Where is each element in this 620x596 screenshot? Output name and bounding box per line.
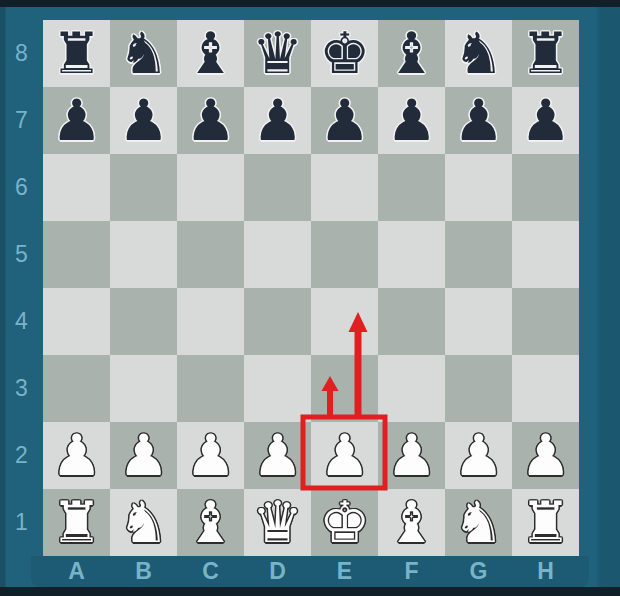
square-f5[interactable] (378, 221, 445, 288)
square-b7[interactable]: ♟ (110, 87, 177, 154)
piece-black-bishop-f8[interactable]: ♝ (386, 20, 437, 87)
square-h3[interactable] (512, 355, 579, 422)
piece-black-pawn-c7[interactable]: ♟ (185, 87, 236, 154)
piece-white-knight-g1[interactable]: ♞ (453, 489, 504, 556)
piece-white-king-e1[interactable]: ♚ (319, 489, 370, 556)
square-d3[interactable] (244, 355, 311, 422)
square-g6[interactable] (445, 154, 512, 221)
piece-black-king-e8[interactable]: ♚ (319, 20, 370, 87)
square-h7[interactable]: ♟ (512, 87, 579, 154)
square-f1[interactable]: ♝ (378, 489, 445, 556)
piece-white-pawn-d2[interactable]: ♟ (252, 422, 303, 489)
piece-white-rook-h1[interactable]: ♜ (520, 489, 571, 556)
square-b6[interactable] (110, 154, 177, 221)
rank-labels: 87654321 (0, 20, 43, 556)
square-c5[interactable] (177, 221, 244, 288)
square-h4[interactable] (512, 288, 579, 355)
rank-label-1: 1 (0, 489, 43, 556)
square-h5[interactable] (512, 221, 579, 288)
square-e7[interactable]: ♟ (311, 87, 378, 154)
square-a3[interactable] (43, 355, 110, 422)
square-c3[interactable] (177, 355, 244, 422)
square-d8[interactable]: ♛ (244, 20, 311, 87)
piece-white-pawn-g2[interactable]: ♟ (453, 422, 504, 489)
square-d1[interactable]: ♛ (244, 489, 311, 556)
rank-label-2: 2 (0, 422, 43, 489)
square-f4[interactable] (378, 288, 445, 355)
square-b2[interactable]: ♟ (110, 422, 177, 489)
file-label-c: C (177, 557, 244, 586)
square-g1[interactable]: ♞ (445, 489, 512, 556)
file-label-e: E (311, 557, 378, 586)
piece-black-pawn-f7[interactable]: ♟ (386, 87, 437, 154)
square-b8[interactable]: ♞ (110, 20, 177, 87)
square-b5[interactable] (110, 221, 177, 288)
square-e8[interactable]: ♚ (311, 20, 378, 87)
piece-black-rook-h8[interactable]: ♜ (520, 20, 571, 87)
square-e2[interactable]: ♟ (311, 422, 378, 489)
rank-label-3: 3 (0, 355, 43, 422)
square-f6[interactable] (378, 154, 445, 221)
piece-white-pawn-h2[interactable]: ♟ (520, 422, 571, 489)
file-labels: ABCDEFGH (43, 557, 579, 586)
square-h6[interactable] (512, 154, 579, 221)
square-f8[interactable]: ♝ (378, 20, 445, 87)
top-edge-strip (0, 0, 620, 7)
piece-black-knight-b8[interactable]: ♞ (118, 20, 169, 87)
rank-label-5: 5 (0, 221, 43, 288)
square-g7[interactable]: ♟ (445, 87, 512, 154)
square-f2[interactable]: ♟ (378, 422, 445, 489)
chess-board: ♜♞♝♛♚♝♞♜♟♟♟♟♟♟♟♟♟♟♟♟♟♟♟♟♜♞♝♛♚♝♞♜ (43, 20, 579, 556)
square-b4[interactable] (110, 288, 177, 355)
square-d4[interactable] (244, 288, 311, 355)
square-e5[interactable] (311, 221, 378, 288)
piece-black-pawn-e7[interactable]: ♟ (319, 87, 370, 154)
square-g5[interactable] (445, 221, 512, 288)
square-e3[interactable] (311, 355, 378, 422)
piece-white-pawn-e2[interactable]: ♟ (319, 422, 370, 489)
square-f3[interactable] (378, 355, 445, 422)
square-b3[interactable] (110, 355, 177, 422)
square-h8[interactable]: ♜ (512, 20, 579, 87)
rank-label-7: 7 (0, 87, 43, 154)
file-label-h: H (512, 557, 579, 586)
file-label-f: F (378, 557, 445, 586)
square-c1[interactable]: ♝ (177, 489, 244, 556)
square-h2[interactable]: ♟ (512, 422, 579, 489)
square-a2[interactable]: ♟ (43, 422, 110, 489)
piece-white-pawn-a2[interactable]: ♟ (51, 422, 102, 489)
file-label-d: D (244, 557, 311, 586)
piece-black-pawn-g7[interactable]: ♟ (453, 87, 504, 154)
square-c4[interactable] (177, 288, 244, 355)
piece-black-pawn-a7[interactable]: ♟ (51, 87, 102, 154)
square-e4[interactable] (311, 288, 378, 355)
piece-white-bishop-f1[interactable]: ♝ (386, 489, 437, 556)
square-c8[interactable]: ♝ (177, 20, 244, 87)
file-label-g: G (445, 557, 512, 586)
square-h1[interactable]: ♜ (512, 489, 579, 556)
bottom-edge-strip (0, 587, 620, 596)
square-a6[interactable] (43, 154, 110, 221)
piece-black-pawn-h7[interactable]: ♟ (520, 87, 571, 154)
square-d6[interactable] (244, 154, 311, 221)
square-a8[interactable]: ♜ (43, 20, 110, 87)
piece-black-rook-a8[interactable]: ♜ (51, 20, 102, 87)
piece-white-pawn-c2[interactable]: ♟ (185, 422, 236, 489)
square-c6[interactable] (177, 154, 244, 221)
square-g8[interactable]: ♞ (445, 20, 512, 87)
piece-white-pawn-b2[interactable]: ♟ (118, 422, 169, 489)
piece-black-pawn-b7[interactable]: ♟ (118, 87, 169, 154)
file-label-b: B (110, 557, 177, 586)
piece-white-rook-a1[interactable]: ♜ (51, 489, 102, 556)
square-e6[interactable] (311, 154, 378, 221)
piece-white-queen-d1[interactable]: ♛ (252, 489, 303, 556)
square-a7[interactable]: ♟ (43, 87, 110, 154)
square-e1[interactable]: ♚ (311, 489, 378, 556)
piece-white-bishop-c1[interactable]: ♝ (185, 489, 236, 556)
square-c2[interactable]: ♟ (177, 422, 244, 489)
file-label-a: A (43, 557, 110, 586)
square-a1[interactable]: ♜ (43, 489, 110, 556)
square-g4[interactable] (445, 288, 512, 355)
square-d5[interactable] (244, 221, 311, 288)
square-a4[interactable] (43, 288, 110, 355)
rank-label-6: 6 (0, 154, 43, 221)
square-b1[interactable]: ♞ (110, 489, 177, 556)
piece-black-knight-g8[interactable]: ♞ (453, 20, 504, 87)
piece-black-bishop-c8[interactable]: ♝ (185, 20, 236, 87)
square-d7[interactable]: ♟ (244, 87, 311, 154)
rank-label-4: 4 (0, 288, 43, 355)
square-c7[interactable]: ♟ (177, 87, 244, 154)
piece-white-pawn-f2[interactable]: ♟ (386, 422, 437, 489)
square-d2[interactable]: ♟ (244, 422, 311, 489)
rank-label-8: 8 (0, 20, 43, 87)
square-g2[interactable]: ♟ (445, 422, 512, 489)
square-g3[interactable] (445, 355, 512, 422)
piece-black-pawn-d7[interactable]: ♟ (252, 87, 303, 154)
square-a5[interactable] (43, 221, 110, 288)
piece-black-queen-d8[interactable]: ♛ (252, 20, 303, 87)
piece-white-knight-b1[interactable]: ♞ (118, 489, 169, 556)
square-f7[interactable]: ♟ (378, 87, 445, 154)
